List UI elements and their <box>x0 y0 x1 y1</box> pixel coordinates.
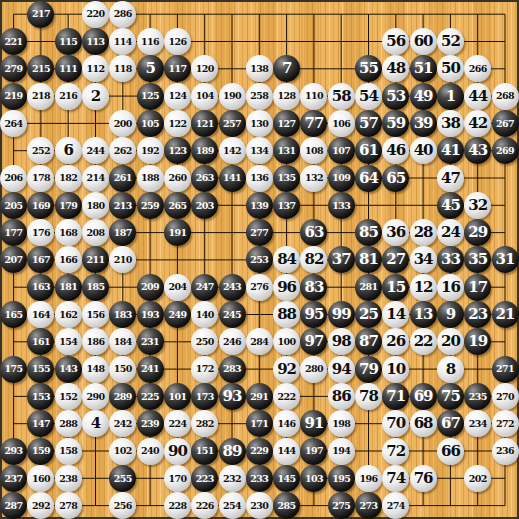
stone-white-42: 42 <box>464 110 491 137</box>
stone-black-193: 193 <box>137 301 164 328</box>
stone-white-34: 34 <box>410 246 437 273</box>
stone-white-268: 268 <box>492 83 519 110</box>
stone-white-32: 32 <box>464 192 491 219</box>
stone-black-65: 65 <box>382 165 409 192</box>
stone-white-272: 272 <box>492 410 519 437</box>
stone-white-110: 110 <box>300 83 327 110</box>
stone-white-162: 162 <box>55 301 82 328</box>
stone-black-39: 39 <box>410 110 437 137</box>
stone-black-99: 99 <box>328 301 355 328</box>
stone-black-125: 125 <box>137 83 164 110</box>
stone-black-223: 223 <box>191 465 218 492</box>
stone-white-124: 124 <box>164 83 191 110</box>
stone-white-78: 78 <box>355 383 382 410</box>
stone-black-177: 177 <box>0 219 27 246</box>
stone-white-128: 128 <box>273 83 300 110</box>
stone-white-154: 154 <box>55 328 82 355</box>
stone-black-257: 257 <box>219 110 246 137</box>
stone-black-229: 229 <box>246 438 273 465</box>
stone-white-106: 106 <box>328 110 355 137</box>
stone-white-208: 208 <box>82 219 109 246</box>
stone-black-127: 127 <box>273 110 300 137</box>
stone-white-132: 132 <box>300 165 327 192</box>
stone-white-246: 246 <box>219 328 246 355</box>
stone-black-83: 83 <box>300 274 327 301</box>
stone-white-288: 288 <box>55 410 82 437</box>
stone-black-195: 195 <box>328 465 355 492</box>
stone-white-258: 258 <box>246 83 273 110</box>
stone-black-121: 121 <box>191 110 218 137</box>
stone-white-12: 12 <box>410 274 437 301</box>
stone-white-284: 284 <box>246 328 273 355</box>
stone-black-261: 261 <box>109 165 136 192</box>
stone-black-209: 209 <box>137 274 164 301</box>
stone-black-243: 243 <box>219 274 246 301</box>
stone-black-231: 231 <box>137 328 164 355</box>
stone-black-67: 67 <box>437 410 464 437</box>
stone-white-58: 58 <box>328 83 355 110</box>
stone-white-102: 102 <box>109 438 136 465</box>
stone-black-93: 93 <box>219 383 246 410</box>
stone-white-148: 148 <box>82 356 109 383</box>
stone-black-197: 197 <box>300 438 327 465</box>
stone-white-20: 20 <box>437 328 464 355</box>
stone-white-140: 140 <box>191 301 218 328</box>
stone-black-159: 159 <box>27 438 54 465</box>
stone-black-5: 5 <box>137 55 164 82</box>
stone-white-44: 44 <box>464 83 491 110</box>
stone-black-245: 245 <box>219 301 246 328</box>
stone-black-171: 171 <box>246 410 273 437</box>
stone-white-68: 68 <box>410 410 437 437</box>
stone-white-126: 126 <box>164 28 191 55</box>
stone-black-59: 59 <box>382 110 409 137</box>
stone-white-136: 136 <box>246 165 273 192</box>
stone-white-47: 47 <box>437 165 464 192</box>
stone-black-137: 137 <box>273 192 300 219</box>
stone-white-190: 190 <box>219 83 246 110</box>
stone-black-235: 235 <box>464 383 491 410</box>
stone-black-277: 277 <box>246 219 273 246</box>
stone-white-264: 264 <box>0 110 27 137</box>
stone-black-117: 117 <box>164 55 191 82</box>
stone-white-238: 238 <box>55 465 82 492</box>
stone-black-273: 273 <box>355 492 382 519</box>
stone-black-111: 111 <box>55 55 82 82</box>
stone-white-104: 104 <box>191 83 218 110</box>
stone-black-107: 107 <box>328 137 355 164</box>
stone-white-8: 8 <box>437 356 464 383</box>
stone-white-24: 24 <box>437 219 464 246</box>
stone-black-113: 113 <box>82 28 109 55</box>
stone-black-45: 45 <box>437 192 464 219</box>
stone-black-185: 185 <box>82 274 109 301</box>
stone-black-281: 281 <box>355 274 382 301</box>
stone-white-168: 168 <box>55 219 82 246</box>
stone-black-259: 259 <box>137 192 164 219</box>
stone-white-188: 188 <box>137 165 164 192</box>
stone-black-269: 269 <box>492 137 519 164</box>
stone-black-49: 49 <box>410 83 437 110</box>
stone-black-293: 293 <box>0 438 27 465</box>
stone-white-72: 72 <box>382 438 409 465</box>
stone-black-181: 181 <box>55 274 82 301</box>
stone-white-28: 28 <box>410 219 437 246</box>
stone-white-222: 222 <box>273 383 300 410</box>
stone-black-71: 71 <box>382 383 409 410</box>
stone-white-22: 22 <box>410 328 437 355</box>
stone-black-85: 85 <box>355 219 382 246</box>
stone-white-2: 2 <box>82 83 109 110</box>
stone-white-204: 204 <box>164 274 191 301</box>
stone-black-221: 221 <box>0 28 27 55</box>
stone-white-232: 232 <box>219 465 246 492</box>
stone-black-173: 173 <box>191 383 218 410</box>
stone-black-203: 203 <box>191 192 218 219</box>
stone-black-247: 247 <box>191 274 218 301</box>
stone-white-152: 152 <box>55 383 82 410</box>
stone-black-151: 151 <box>191 438 218 465</box>
stone-white-220: 220 <box>82 1 109 28</box>
stone-white-150: 150 <box>109 356 136 383</box>
stone-black-17: 17 <box>464 274 491 301</box>
stone-black-61: 61 <box>355 137 382 164</box>
stone-white-116: 116 <box>137 28 164 55</box>
stone-white-202: 202 <box>464 465 491 492</box>
stone-black-287: 287 <box>0 492 27 519</box>
stone-white-10: 10 <box>382 356 409 383</box>
stone-white-194: 194 <box>328 438 355 465</box>
stone-white-226: 226 <box>191 492 218 519</box>
stone-white-52: 52 <box>437 28 464 55</box>
stone-white-134: 134 <box>246 137 273 164</box>
stone-black-213: 213 <box>109 192 136 219</box>
stone-black-15: 15 <box>382 274 409 301</box>
stone-white-40: 40 <box>410 137 437 164</box>
stone-white-196: 196 <box>355 465 382 492</box>
stone-black-265: 265 <box>164 192 191 219</box>
stone-black-115: 115 <box>55 28 82 55</box>
stone-white-290: 290 <box>82 383 109 410</box>
stone-black-31: 31 <box>492 246 519 273</box>
stone-black-263: 263 <box>191 165 218 192</box>
stone-black-9: 9 <box>437 301 464 328</box>
stone-white-50: 50 <box>437 55 464 82</box>
stone-black-285: 285 <box>273 492 300 519</box>
stone-black-233: 233 <box>246 465 273 492</box>
stone-black-1: 1 <box>437 83 464 110</box>
stone-white-228: 228 <box>164 492 191 519</box>
stone-black-64: 64 <box>355 165 382 192</box>
stone-white-60: 60 <box>410 28 437 55</box>
stone-black-51: 51 <box>410 55 437 82</box>
stone-black-141: 141 <box>219 165 246 192</box>
stone-white-90: 90 <box>164 438 191 465</box>
stone-black-133: 133 <box>328 192 355 219</box>
stone-black-75: 75 <box>437 383 464 410</box>
stone-white-240: 240 <box>137 438 164 465</box>
stone-black-217: 217 <box>27 1 54 28</box>
stone-black-105: 105 <box>137 110 164 137</box>
stone-black-237: 237 <box>0 465 27 492</box>
stone-white-278: 278 <box>55 492 82 519</box>
stone-black-143: 143 <box>55 356 82 383</box>
stone-white-182: 182 <box>55 165 82 192</box>
stone-black-25: 25 <box>355 301 382 328</box>
stone-white-280: 280 <box>300 356 327 383</box>
stone-white-224: 224 <box>164 410 191 437</box>
stone-white-218: 218 <box>27 83 54 110</box>
stone-white-254: 254 <box>219 492 246 519</box>
stone-black-155: 155 <box>27 356 54 383</box>
stone-black-165: 165 <box>0 301 27 328</box>
stone-white-74: 74 <box>382 465 409 492</box>
stone-black-179: 179 <box>55 192 82 219</box>
stone-white-170: 170 <box>164 465 191 492</box>
stone-black-109: 109 <box>328 165 355 192</box>
stone-black-219: 219 <box>0 83 27 110</box>
stone-white-214: 214 <box>82 165 109 192</box>
stone-white-172: 172 <box>191 356 218 383</box>
stone-black-271: 271 <box>492 356 519 383</box>
stone-white-96: 96 <box>273 274 300 301</box>
stone-black-89: 89 <box>219 438 246 465</box>
stone-white-166: 166 <box>55 246 82 273</box>
stone-white-270: 270 <box>492 383 519 410</box>
stone-white-144: 144 <box>273 438 300 465</box>
stone-white-92: 92 <box>273 356 300 383</box>
stone-black-57: 57 <box>355 110 382 137</box>
stone-white-286: 286 <box>109 1 136 28</box>
stone-white-156: 156 <box>82 301 109 328</box>
stone-black-225: 225 <box>137 383 164 410</box>
stone-white-66: 66 <box>437 438 464 465</box>
stone-black-175: 175 <box>0 356 27 383</box>
stone-black-103: 103 <box>300 465 327 492</box>
stone-black-205: 205 <box>0 192 27 219</box>
stone-white-54: 54 <box>355 83 382 110</box>
stone-white-138: 138 <box>246 55 273 82</box>
stone-white-192: 192 <box>137 137 164 164</box>
stone-black-239: 239 <box>137 410 164 437</box>
stone-black-135: 135 <box>273 165 300 192</box>
stone-black-23: 23 <box>464 301 491 328</box>
go-board[interactable]: 2172202862211151131141161265660522792151… <box>0 0 519 519</box>
stone-white-206: 206 <box>0 165 27 192</box>
stone-white-88: 88 <box>273 301 300 328</box>
stone-white-216: 216 <box>55 83 82 110</box>
stone-black-241: 241 <box>137 356 164 383</box>
stone-white-94: 94 <box>328 356 355 383</box>
stone-black-249: 249 <box>164 301 191 328</box>
stone-black-163: 163 <box>27 274 54 301</box>
stone-black-123: 123 <box>164 137 191 164</box>
stone-white-244: 244 <box>82 137 109 164</box>
stone-black-13: 13 <box>410 301 437 328</box>
stone-white-4: 4 <box>82 410 109 437</box>
stone-white-158: 158 <box>55 438 82 465</box>
stone-white-130: 130 <box>246 110 273 137</box>
stone-white-260: 260 <box>164 165 191 192</box>
stone-black-21: 21 <box>492 301 519 328</box>
stone-white-38: 38 <box>437 110 464 137</box>
stone-black-139: 139 <box>246 192 273 219</box>
stone-black-145: 145 <box>273 465 300 492</box>
stone-white-86: 86 <box>328 383 355 410</box>
stone-white-236: 236 <box>492 438 519 465</box>
stone-black-289: 289 <box>109 383 136 410</box>
stone-white-122: 122 <box>164 110 191 137</box>
stone-black-283: 283 <box>219 356 246 383</box>
stone-black-253: 253 <box>246 246 273 273</box>
stone-white-142: 142 <box>219 137 246 164</box>
stone-white-160: 160 <box>27 465 54 492</box>
stone-white-198: 198 <box>328 410 355 437</box>
stone-white-16: 16 <box>437 274 464 301</box>
stone-white-76: 76 <box>410 465 437 492</box>
stone-black-37: 37 <box>328 246 355 273</box>
stone-black-41: 41 <box>437 137 464 164</box>
stone-black-101: 101 <box>164 383 191 410</box>
stone-black-275: 275 <box>328 492 355 519</box>
stone-white-276: 276 <box>246 274 273 301</box>
stone-black-267: 267 <box>492 110 519 137</box>
stone-white-200: 200 <box>109 110 136 137</box>
stone-white-98: 98 <box>328 328 355 355</box>
stone-white-6: 6 <box>55 137 82 164</box>
stone-black-53: 53 <box>382 83 409 110</box>
stone-black-169: 169 <box>27 192 54 219</box>
stone-black-191: 191 <box>164 219 191 246</box>
stone-white-178: 178 <box>27 165 54 192</box>
stone-black-291: 291 <box>246 383 273 410</box>
stone-black-79: 79 <box>355 356 382 383</box>
stone-black-255: 255 <box>109 465 136 492</box>
stone-white-180: 180 <box>82 192 109 219</box>
stone-white-230: 230 <box>246 492 273 519</box>
stone-black-69: 69 <box>410 383 437 410</box>
